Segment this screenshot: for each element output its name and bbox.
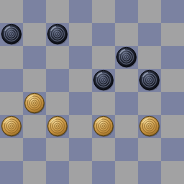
- dark-checker-disc-icon: [46, 23, 69, 46]
- board-square-r4c6: [138, 92, 161, 115]
- board-square-r2c1[interactable]: [23, 46, 46, 69]
- board-square-r2c6: [138, 46, 161, 69]
- board-square-r6c2: [46, 138, 69, 161]
- board-square-r1c7: [161, 23, 184, 46]
- board-square-r0c2: [46, 0, 69, 23]
- gold-man-piece[interactable]: [0, 115, 23, 138]
- board-square-r0c7[interactable]: [161, 0, 184, 23]
- board-square-r6c5[interactable]: [115, 138, 138, 161]
- board-square-r6c6: [138, 138, 161, 161]
- board-square-r0c1[interactable]: [23, 0, 46, 23]
- board-square-r4c4: [92, 92, 115, 115]
- board-square-r1c0[interactable]: [0, 23, 23, 46]
- board-square-r1c4[interactable]: [92, 23, 115, 46]
- board-square-r2c4: [92, 46, 115, 69]
- board-square-r7c6[interactable]: [138, 161, 161, 184]
- gold-checker-disc-icon: [23, 92, 46, 115]
- board-square-r5c5: [115, 115, 138, 138]
- board-square-r5c2[interactable]: [46, 115, 69, 138]
- board-square-r1c5: [115, 23, 138, 46]
- board-square-r3c0[interactable]: [0, 69, 23, 92]
- dark-man-piece[interactable]: [46, 23, 69, 46]
- board-square-r3c1: [23, 69, 46, 92]
- dark-checker-disc-icon: [0, 23, 23, 46]
- board-square-r3c7: [161, 69, 184, 92]
- board-square-r3c4[interactable]: [92, 69, 115, 92]
- board-square-r0c3[interactable]: [69, 0, 92, 23]
- board-square-r6c4: [92, 138, 115, 161]
- board-square-r1c6[interactable]: [138, 23, 161, 46]
- board-square-r5c4[interactable]: [92, 115, 115, 138]
- dark-man-piece[interactable]: [92, 69, 115, 92]
- board-square-r4c2: [46, 92, 69, 115]
- board-square-r4c1[interactable]: [23, 92, 46, 115]
- board-square-r0c0: [0, 0, 23, 23]
- checkers-board: [0, 0, 184, 184]
- board-square-r5c3: [69, 115, 92, 138]
- gold-man-piece[interactable]: [46, 115, 69, 138]
- board-square-r4c3[interactable]: [69, 92, 92, 115]
- dark-checker-disc-icon: [92, 69, 115, 92]
- board-square-r7c5: [115, 161, 138, 184]
- dark-checker-disc-icon: [115, 46, 138, 69]
- gold-man-piece[interactable]: [23, 92, 46, 115]
- gold-man-piece[interactable]: [138, 115, 161, 138]
- board-square-r6c7[interactable]: [161, 138, 184, 161]
- gold-man-piece[interactable]: [92, 115, 115, 138]
- gold-checker-disc-icon: [0, 115, 23, 138]
- board-square-r0c4: [92, 0, 115, 23]
- board-square-r3c5: [115, 69, 138, 92]
- board-square-r2c5[interactable]: [115, 46, 138, 69]
- board-square-r2c3[interactable]: [69, 46, 92, 69]
- board-square-r6c3[interactable]: [69, 138, 92, 161]
- dark-man-piece[interactable]: [115, 46, 138, 69]
- board-square-r1c2[interactable]: [46, 23, 69, 46]
- board-square-r4c0: [0, 92, 23, 115]
- board-square-r1c3: [69, 23, 92, 46]
- board-square-r5c7: [161, 115, 184, 138]
- dark-man-piece[interactable]: [0, 23, 23, 46]
- board-square-r2c7[interactable]: [161, 46, 184, 69]
- board-square-r7c3: [69, 161, 92, 184]
- board-square-r3c3: [69, 69, 92, 92]
- board-square-r1c1: [23, 23, 46, 46]
- board-square-r7c2[interactable]: [46, 161, 69, 184]
- board-square-r5c0[interactable]: [0, 115, 23, 138]
- gold-checker-disc-icon: [46, 115, 69, 138]
- dark-checker-disc-icon: [138, 69, 161, 92]
- board-square-r3c2[interactable]: [46, 69, 69, 92]
- board-square-r5c1: [23, 115, 46, 138]
- board-square-r6c0: [0, 138, 23, 161]
- board-square-r2c2: [46, 46, 69, 69]
- gold-checker-disc-icon: [92, 115, 115, 138]
- board-square-r3c6[interactable]: [138, 69, 161, 92]
- dark-man-piece[interactable]: [138, 69, 161, 92]
- board-square-r4c5[interactable]: [115, 92, 138, 115]
- board-square-r7c4[interactable]: [92, 161, 115, 184]
- board-square-r7c7: [161, 161, 184, 184]
- board-square-r5c6[interactable]: [138, 115, 161, 138]
- board-square-r4c7[interactable]: [161, 92, 184, 115]
- gold-checker-disc-icon: [138, 115, 161, 138]
- board-square-r7c1: [23, 161, 46, 184]
- board-square-r7c0[interactable]: [0, 161, 23, 184]
- board-square-r0c5[interactable]: [115, 0, 138, 23]
- board-square-r2c0: [0, 46, 23, 69]
- board-square-r0c6: [138, 0, 161, 23]
- board-square-r6c1[interactable]: [23, 138, 46, 161]
